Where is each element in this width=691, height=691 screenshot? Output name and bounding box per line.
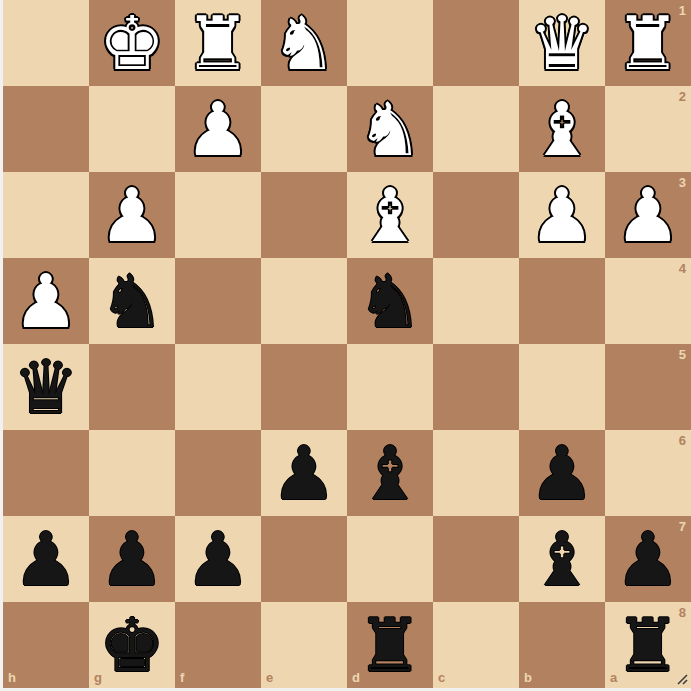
black-bishop[interactable]: ♝ [357, 436, 423, 510]
square-e6[interactable]: ♟ [261, 430, 347, 516]
rank-label-4: 4 [679, 262, 686, 275]
file-label-c: c [438, 671, 445, 684]
square-f7[interactable]: ♟ [175, 516, 261, 602]
square-h3[interactable] [3, 172, 89, 258]
square-g2[interactable] [89, 86, 175, 172]
black-pawn[interactable]: ♟ [615, 522, 681, 596]
square-f3[interactable] [175, 172, 261, 258]
chess-board: ♚♜♞♛♜1♟♞♝2♟♝♟♟3♟♞♞4♛5♟♝♟6♟♟♟♝♟7h♚gfe♜dcb… [3, 0, 691, 688]
square-a2[interactable]: 2 [605, 86, 691, 172]
square-c7[interactable] [433, 516, 519, 602]
black-knight[interactable]: ♞ [99, 264, 165, 338]
square-g8[interactable]: ♚g [89, 602, 175, 688]
square-c3[interactable] [433, 172, 519, 258]
square-b4[interactable] [519, 258, 605, 344]
square-a1[interactable]: ♜1 [605, 0, 691, 86]
square-d4[interactable]: ♞ [347, 258, 433, 344]
white-bishop[interactable]: ♝ [529, 92, 595, 166]
square-h2[interactable] [3, 86, 89, 172]
square-c6[interactable] [433, 430, 519, 516]
square-h4[interactable]: ♟ [3, 258, 89, 344]
white-pawn[interactable]: ♟ [529, 178, 595, 252]
square-f1[interactable]: ♜ [175, 0, 261, 86]
square-e7[interactable] [261, 516, 347, 602]
square-d5[interactable] [347, 344, 433, 430]
square-g1[interactable]: ♚ [89, 0, 175, 86]
square-e5[interactable] [261, 344, 347, 430]
square-c2[interactable] [433, 86, 519, 172]
square-g4[interactable]: ♞ [89, 258, 175, 344]
black-pawn[interactable]: ♟ [529, 436, 595, 510]
square-b6[interactable]: ♟ [519, 430, 605, 516]
board-resize-handle-icon[interactable] [675, 672, 689, 686]
white-pawn[interactable]: ♟ [185, 92, 251, 166]
square-g5[interactable] [89, 344, 175, 430]
square-d7[interactable] [347, 516, 433, 602]
square-c1[interactable] [433, 0, 519, 86]
black-bishop[interactable]: ♝ [529, 522, 595, 596]
black-pawn[interactable]: ♟ [99, 522, 165, 596]
white-king[interactable]: ♚ [99, 6, 165, 80]
square-a7[interactable]: ♟7 [605, 516, 691, 602]
square-a5[interactable]: 5 [605, 344, 691, 430]
square-a8[interactable]: ♜8a [605, 602, 691, 688]
rank-label-5: 5 [679, 348, 686, 361]
white-rook[interactable]: ♜ [615, 6, 681, 80]
square-b5[interactable] [519, 344, 605, 430]
square-d1[interactable] [347, 0, 433, 86]
square-d8[interactable]: ♜d [347, 602, 433, 688]
white-knight[interactable]: ♞ [271, 6, 337, 80]
square-a4[interactable]: 4 [605, 258, 691, 344]
white-bishop[interactable]: ♝ [357, 178, 423, 252]
square-g3[interactable]: ♟ [89, 172, 175, 258]
square-h5[interactable]: ♛ [3, 344, 89, 430]
square-h7[interactable]: ♟ [3, 516, 89, 602]
square-b1[interactable]: ♛ [519, 0, 605, 86]
square-f6[interactable] [175, 430, 261, 516]
black-queen[interactable]: ♛ [13, 350, 79, 424]
black-knight[interactable]: ♞ [357, 264, 423, 338]
file-label-f: f [180, 671, 184, 684]
rank-label-2: 2 [679, 90, 686, 103]
black-pawn[interactable]: ♟ [13, 522, 79, 596]
white-knight[interactable]: ♞ [357, 92, 423, 166]
rank-label-6: 6 [679, 434, 686, 447]
square-c4[interactable] [433, 258, 519, 344]
white-pawn[interactable]: ♟ [615, 178, 681, 252]
square-d6[interactable]: ♝ [347, 430, 433, 516]
black-king[interactable]: ♚ [99, 608, 165, 682]
square-a6[interactable]: 6 [605, 430, 691, 516]
square-e1[interactable]: ♞ [261, 0, 347, 86]
file-label-e: e [266, 671, 273, 684]
white-queen[interactable]: ♛ [529, 6, 595, 80]
white-pawn[interactable]: ♟ [99, 178, 165, 252]
square-d3[interactable]: ♝ [347, 172, 433, 258]
white-rook[interactable]: ♜ [185, 6, 251, 80]
square-b2[interactable]: ♝ [519, 86, 605, 172]
square-h6[interactable] [3, 430, 89, 516]
square-f4[interactable] [175, 258, 261, 344]
square-f8[interactable]: f [175, 602, 261, 688]
black-rook[interactable]: ♜ [615, 608, 681, 682]
black-rook[interactable]: ♜ [357, 608, 423, 682]
square-c5[interactable] [433, 344, 519, 430]
black-pawn[interactable]: ♟ [271, 436, 337, 510]
square-f2[interactable]: ♟ [175, 86, 261, 172]
square-b7[interactable]: ♝ [519, 516, 605, 602]
black-pawn[interactable]: ♟ [185, 522, 251, 596]
square-c8[interactable]: c [433, 602, 519, 688]
square-e8[interactable]: e [261, 602, 347, 688]
file-label-h: h [8, 671, 16, 684]
square-e3[interactable] [261, 172, 347, 258]
square-b8[interactable]: b [519, 602, 605, 688]
file-label-b: b [524, 671, 532, 684]
square-b3[interactable]: ♟ [519, 172, 605, 258]
square-g7[interactable]: ♟ [89, 516, 175, 602]
square-e2[interactable] [261, 86, 347, 172]
square-d2[interactable]: ♞ [347, 86, 433, 172]
square-g6[interactable] [89, 430, 175, 516]
white-pawn[interactable]: ♟ [13, 264, 79, 338]
square-h1[interactable] [3, 0, 89, 86]
page: ♚♜♞♛♜1♟♞♝2♟♝♟♟3♟♞♞4♛5♟♝♟6♟♟♟♝♟7h♚gfe♜dcb… [0, 0, 691, 691]
square-f5[interactable] [175, 344, 261, 430]
square-h8[interactable]: h [3, 602, 89, 688]
square-a3[interactable]: ♟3 [605, 172, 691, 258]
square-e4[interactable] [261, 258, 347, 344]
